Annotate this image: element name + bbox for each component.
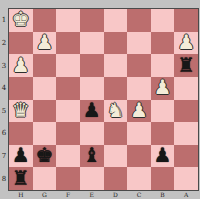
white-knight[interactable]: ♞: [106, 100, 124, 120]
square-a1[interactable]: [174, 9, 198, 32]
square-b3[interactable]: [151, 54, 175, 77]
rank-label-5: 5: [0, 100, 8, 123]
file-labels: HGFEDCBA: [9, 190, 198, 199]
square-f7[interactable]: [56, 145, 80, 168]
rank-labels: 12345678: [0, 9, 8, 190]
square-h8[interactable]: ♜: [9, 167, 33, 190]
square-b7[interactable]: ♟: [151, 145, 175, 168]
file-label-e: E: [80, 190, 104, 199]
square-d8[interactable]: [104, 167, 128, 190]
square-h2[interactable]: [9, 32, 33, 55]
square-g7[interactable]: ♚: [33, 145, 57, 168]
square-f5[interactable]: [56, 100, 80, 123]
square-h4[interactable]: [9, 77, 33, 100]
square-g8[interactable]: [33, 167, 57, 190]
square-a2[interactable]: ♟: [174, 32, 198, 55]
black-rook[interactable]: ♜: [12, 168, 30, 188]
square-d4[interactable]: [104, 77, 128, 100]
square-g3[interactable]: [33, 54, 57, 77]
square-e5[interactable]: ♟: [80, 100, 104, 123]
square-b4[interactable]: ♟: [151, 77, 175, 100]
square-g5[interactable]: [33, 100, 57, 123]
black-king[interactable]: ♚: [35, 145, 53, 165]
square-g2[interactable]: ♟: [33, 32, 57, 55]
file-label-g: G: [33, 190, 57, 199]
square-h5[interactable]: ♛: [9, 100, 33, 123]
square-d2[interactable]: [104, 32, 128, 55]
square-f6[interactable]: [56, 122, 80, 145]
square-e2[interactable]: [80, 32, 104, 55]
square-a7[interactable]: [174, 145, 198, 168]
white-pawn[interactable]: ♟: [177, 32, 195, 52]
square-f2[interactable]: [56, 32, 80, 55]
square-h6[interactable]: [9, 122, 33, 145]
square-a3[interactable]: ♜: [174, 54, 198, 77]
square-b2[interactable]: [151, 32, 175, 55]
square-c5[interactable]: ♟: [127, 100, 151, 123]
square-e7[interactable]: ♝: [80, 145, 104, 168]
square-d5[interactable]: ♞: [104, 100, 128, 123]
black-pawn[interactable]: ♟: [12, 145, 30, 165]
square-e3[interactable]: [80, 54, 104, 77]
file-label-b: B: [151, 190, 175, 199]
square-d1[interactable]: [104, 9, 128, 32]
square-h3[interactable]: ♟: [9, 54, 33, 77]
square-c2[interactable]: [127, 32, 151, 55]
square-f1[interactable]: [56, 9, 80, 32]
black-bishop[interactable]: ♝: [83, 145, 101, 165]
file-label-h: H: [9, 190, 33, 199]
file-label-c: C: [127, 190, 151, 199]
square-f3[interactable]: [56, 54, 80, 77]
white-pawn[interactable]: ♟: [35, 32, 53, 52]
square-c7[interactable]: [127, 145, 151, 168]
square-a5[interactable]: [174, 100, 198, 123]
square-f8[interactable]: [56, 167, 80, 190]
white-pawn[interactable]: ♟: [154, 77, 172, 97]
square-d3[interactable]: [104, 54, 128, 77]
white-king[interactable]: ♚: [12, 9, 30, 29]
square-e8[interactable]: [80, 167, 104, 190]
square-c3[interactable]: [127, 54, 151, 77]
square-e1[interactable]: [80, 9, 104, 32]
square-g1[interactable]: [33, 9, 57, 32]
square-d7[interactable]: [104, 145, 128, 168]
square-e6[interactable]: [80, 122, 104, 145]
square-g4[interactable]: [33, 77, 57, 100]
file-label-d: D: [104, 190, 128, 199]
square-h1[interactable]: ♚: [9, 9, 33, 32]
square-d6[interactable]: [104, 122, 128, 145]
white-pawn[interactable]: ♟: [12, 55, 30, 75]
white-pawn[interactable]: ♟: [130, 100, 148, 120]
rank-label-4: 4: [0, 77, 8, 100]
square-b5[interactable]: [151, 100, 175, 123]
square-c1[interactable]: [127, 9, 151, 32]
square-f4[interactable]: [56, 77, 80, 100]
rank-label-8: 8: [0, 167, 8, 190]
square-h7[interactable]: ♟: [9, 145, 33, 168]
file-label-a: A: [174, 190, 198, 199]
square-a8[interactable]: [174, 167, 198, 190]
rank-label-7: 7: [0, 145, 8, 168]
black-rook[interactable]: ♜: [177, 55, 195, 75]
rank-label-2: 2: [0, 32, 8, 55]
square-c4[interactable]: [127, 77, 151, 100]
file-label-f: F: [56, 190, 80, 199]
square-b1[interactable]: [151, 9, 175, 32]
square-e4[interactable]: [80, 77, 104, 100]
rank-label-3: 3: [0, 54, 8, 77]
chess-diagram: 12345678 ♚♟♟♟♜♟♛♟♞♟♟♚♝♟♜ HGFEDCBA: [0, 0, 200, 199]
black-pawn[interactable]: ♟: [83, 100, 101, 120]
white-queen[interactable]: ♛: [12, 100, 30, 120]
square-a4[interactable]: [174, 77, 198, 100]
square-c8[interactable]: [127, 167, 151, 190]
square-b8[interactable]: [151, 167, 175, 190]
square-a6[interactable]: [174, 122, 198, 145]
black-pawn[interactable]: ♟: [154, 145, 172, 165]
rank-label-6: 6: [0, 122, 8, 145]
chess-board: ♚♟♟♟♜♟♛♟♞♟♟♚♝♟♜: [8, 8, 199, 191]
square-c6[interactable]: [127, 122, 151, 145]
square-g6[interactable]: [33, 122, 57, 145]
rank-label-1: 1: [0, 9, 8, 32]
square-b6[interactable]: [151, 122, 175, 145]
